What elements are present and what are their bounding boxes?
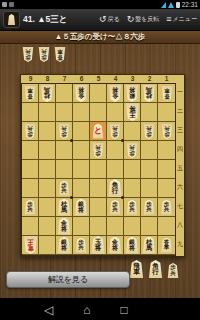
file-label-3: 3	[124, 75, 141, 83]
shogi-piece-銀将-gote[interactable]: 銀将	[125, 85, 139, 102]
board-cell-9九[interactable]: 竜王	[22, 236, 39, 255]
board-cell-2七[interactable]: 歩兵	[141, 198, 158, 217]
rank-label-三: 三	[176, 121, 184, 140]
shogi-piece-桂馬-sente[interactable]: 桂馬	[142, 237, 156, 254]
board-cell-5二[interactable]	[90, 103, 107, 122]
rank-label-一: 一	[176, 83, 184, 102]
shogi-piece-歩兵-sente[interactable]: 歩兵	[167, 263, 179, 278]
shogi-piece-歩兵-sente[interactable]: 歩兵	[58, 181, 70, 196]
shogi-piece-歩兵-gote[interactable]: 歩兵	[161, 124, 173, 139]
board-cell-7一[interactable]	[56, 84, 73, 103]
file-label-2: 2	[141, 75, 158, 83]
home-nav-icon[interactable]: ⌂	[83, 304, 90, 316]
shogi-piece-歩兵-gote[interactable]: 歩兵	[109, 124, 121, 139]
board-cell-9五[interactable]	[22, 160, 39, 179]
menu-icon: ≡	[166, 15, 171, 24]
board-cell-8九[interactable]	[39, 236, 56, 255]
board-cell-7七[interactable]: 桂馬	[56, 198, 73, 217]
board-cell-9二[interactable]	[22, 103, 39, 122]
shogi-piece-玉将-sente[interactable]: 玉将	[91, 236, 106, 254]
board-cell-3二[interactable]: 王将	[124, 103, 141, 122]
recents-nav-icon[interactable]: □	[121, 304, 128, 316]
file-label-4: 4	[107, 75, 124, 83]
undo-icon: ↺	[99, 15, 107, 24]
shogi-piece-王将-gote[interactable]: 王将	[125, 103, 140, 121]
board-cell-3八[interactable]	[124, 217, 141, 236]
shogi-piece-金将-gote[interactable]: 金将	[74, 85, 88, 102]
rotate-icon: ↻	[127, 15, 135, 24]
board-cell-3四[interactable]: 歩兵	[124, 141, 141, 160]
board-cell-5八[interactable]	[90, 217, 107, 236]
shogi-piece-歩兵-sente[interactable]: 歩兵	[126, 200, 138, 215]
board-cell-2一[interactable]: 桂馬	[141, 84, 158, 103]
board-cell-3五[interactable]	[124, 160, 141, 179]
sente-captured-pieces-tray: 飛車角行歩兵	[129, 260, 179, 278]
file-label-9: 9	[22, 75, 39, 83]
shogi-piece-桂馬-gote[interactable]: 桂馬	[142, 85, 156, 102]
menu-button-label: メニュー	[173, 15, 197, 24]
shogi-piece-桂馬-gote[interactable]: 桂馬	[40, 85, 54, 102]
board-cell-6二[interactable]	[73, 103, 90, 122]
board-cell-4一[interactable]: 金将	[107, 84, 124, 103]
board-cell-6七[interactable]: 銀将	[73, 198, 90, 217]
shogi-piece-飛車-sente[interactable]: 飛車	[129, 260, 144, 278]
board-cell-6八[interactable]	[73, 217, 90, 236]
back-button-label: 戻る	[107, 15, 119, 24]
rank-label-四: 四	[176, 140, 184, 159]
board-cell-8六[interactable]	[39, 179, 56, 198]
shogi-piece-歩兵-sente[interactable]: 歩兵	[75, 238, 87, 253]
shogi-piece-角行-sente[interactable]: 角行	[108, 179, 123, 197]
rank-label-九: 九	[176, 235, 184, 254]
board-cell-2九[interactable]: 桂馬	[141, 236, 158, 255]
file-label-6: 6	[73, 75, 90, 83]
shogi-piece-金将-sente[interactable]: 金将	[57, 218, 71, 235]
board-cell-3三[interactable]	[124, 122, 141, 141]
shogi-piece-銀将-sente[interactable]: 銀将	[125, 237, 139, 254]
board-cell-5九[interactable]: 玉将	[90, 236, 107, 255]
shogi-piece-香車-gote[interactable]: 香車	[54, 47, 66, 62]
lesson-title: ▲５五歩の受け〜△８六歩	[55, 32, 145, 42]
shogi-piece-歩兵-gote[interactable]: 歩兵	[22, 47, 34, 62]
board-cell-2二[interactable]	[141, 103, 158, 122]
board-cell-6一[interactable]: 金将	[73, 84, 90, 103]
menu-button[interactable]: ≡メニュー	[166, 15, 197, 24]
shogi-piece-金将-sente[interactable]: 金将	[108, 237, 122, 254]
board-cell-1三[interactable]: 歩兵	[158, 122, 175, 141]
shogi-piece-歩兵-gote[interactable]: 歩兵	[126, 143, 138, 158]
board-cell-1六[interactable]	[158, 179, 175, 198]
clock: 22:31	[182, 0, 198, 9]
board-cell-1九[interactable]: 香車	[158, 236, 175, 255]
shogi-piece-銀将-sente[interactable]: 銀将	[74, 199, 88, 216]
board-cell-8一[interactable]: 桂馬	[39, 84, 56, 103]
shogi-piece-金将-gote[interactable]: 金将	[108, 85, 122, 102]
board-cell-2八[interactable]	[141, 217, 158, 236]
board-cell-3一[interactable]: 銀将	[124, 84, 141, 103]
flip-board-button-label: 盤を反転	[135, 15, 159, 24]
board-cell-2四[interactable]	[141, 141, 158, 160]
rank-label-八: 八	[176, 216, 184, 235]
board-cell-9六[interactable]	[22, 179, 39, 198]
star-point	[121, 139, 124, 142]
shogi-piece-銀将-sente[interactable]: 銀将	[57, 237, 71, 254]
board-cell-7二[interactable]	[56, 103, 73, 122]
shogi-piece-歩兵-sente[interactable]: 歩兵	[24, 200, 36, 215]
board-cell-1一[interactable]: 香車	[158, 84, 175, 103]
rank-label-七: 七	[176, 197, 184, 216]
board-cell-7五[interactable]	[56, 160, 73, 179]
shogi-piece-icon	[8, 14, 16, 25]
shogi-piece-竜王-gote[interactable]: 竜王	[23, 236, 38, 254]
board-cell-7九[interactable]: 銀将	[56, 236, 73, 255]
board-cell-8三[interactable]	[39, 122, 56, 141]
board-cell-6五[interactable]	[73, 160, 90, 179]
shogi-piece-歩兵-sente[interactable]: 歩兵	[109, 200, 121, 215]
gote-captured-pieces-tray: 歩兵歩兵香車	[22, 47, 66, 62]
file-label-8: 8	[39, 75, 56, 83]
board-cell-1五[interactable]	[158, 160, 175, 179]
shogi-piece-香車-gote[interactable]: 香車	[161, 86, 173, 101]
board-cell-1八[interactable]	[158, 217, 175, 236]
shogi-board: 987654321 香車桂馬金将金将銀将桂馬香車王将歩兵歩兵と歩兵歩兵歩兵歩兵歩…	[20, 74, 185, 257]
flip-board-button[interactable]: ↻盤を反転	[127, 15, 160, 24]
file-label-1: 1	[158, 75, 175, 83]
board-cell-4九[interactable]: 金将	[107, 236, 124, 255]
view-commentary-button[interactable]: 解説を見る	[6, 271, 130, 288]
shogi-piece-と-sente[interactable]: と	[92, 124, 104, 139]
app-bar: 41. ▲5三と ↺戻る↻盤を反転≡メニュー	[0, 9, 200, 31]
board-cell-6六[interactable]	[73, 179, 90, 198]
board-cell-2五[interactable]	[141, 160, 158, 179]
file-label-7: 7	[56, 75, 73, 83]
shogi-piece-角行-sente[interactable]: 角行	[148, 260, 163, 278]
shogi-piece-歩兵-gote[interactable]: 歩兵	[38, 47, 50, 62]
board-cell-5五[interactable]	[90, 160, 107, 179]
main-area: 歩兵歩兵香車 987654321 香車桂馬金将金将銀将桂馬香車王将歩兵歩兵と歩兵…	[0, 44, 200, 298]
board-cell-6三[interactable]	[73, 122, 90, 141]
board-cell-7八[interactable]: 金将	[56, 217, 73, 236]
board-cell-4四[interactable]	[107, 141, 124, 160]
board-cell-9八[interactable]	[22, 217, 39, 236]
board-cell-5一[interactable]	[90, 84, 107, 103]
board-cell-9七[interactable]: 歩兵	[22, 198, 39, 217]
rank-label-二: 二	[176, 102, 184, 121]
board-cell-3七[interactable]: 歩兵	[124, 198, 141, 217]
board-cell-7四[interactable]	[56, 141, 73, 160]
board-cell-9一[interactable]: 香車	[22, 84, 39, 103]
board-cell-5三[interactable]: と	[90, 122, 107, 141]
status-bar: 22:31	[0, 0, 200, 9]
file-label-5: 5	[90, 75, 107, 83]
shogi-piece-歩兵-gote[interactable]: 歩兵	[143, 124, 155, 139]
app-icon	[3, 11, 20, 28]
shogi-piece-歩兵-gote[interactable]: 歩兵	[92, 143, 104, 158]
board-cell-1四[interactable]	[158, 141, 175, 160]
board-cell-4二[interactable]	[107, 103, 124, 122]
board-cell-6四[interactable]	[73, 141, 90, 160]
board-cell-8七[interactable]	[39, 198, 56, 217]
shogi-piece-歩兵-gote[interactable]: 歩兵	[24, 124, 36, 139]
shogi-piece-歩兵-gote[interactable]: 歩兵	[58, 124, 70, 139]
rank-label-六: 六	[176, 178, 184, 197]
back-button[interactable]: ↺戻る	[99, 15, 120, 24]
board-cell-5四[interactable]: 歩兵	[90, 141, 107, 160]
board-cell-8五[interactable]	[39, 160, 56, 179]
rank-label-五: 五	[176, 159, 184, 178]
board-cell-2三[interactable]: 歩兵	[141, 122, 158, 141]
board-grid: 香車桂馬金将金将銀将桂馬香車王将歩兵歩兵と歩兵歩兵歩兵歩兵歩兵歩兵角行歩兵桂馬銀…	[21, 83, 176, 256]
current-move-label: 41. ▲5三と	[23, 14, 68, 26]
notification-icon	[2, 2, 7, 7]
board-cell-8四[interactable]	[39, 141, 56, 160]
signal-icon	[161, 2, 166, 8]
notification-icon	[9, 2, 14, 7]
rank-coordinates: 一二三四五六七八九	[176, 83, 184, 256]
board-cell-4五[interactable]	[107, 160, 124, 179]
board-cell-1七[interactable]: 歩兵	[158, 198, 175, 217]
star-point	[70, 139, 73, 142]
file-coordinates: 987654321	[22, 75, 184, 83]
board-cell-8二[interactable]	[39, 103, 56, 122]
shogi-piece-香車-gote[interactable]: 香車	[24, 86, 36, 101]
board-cell-8八[interactable]	[39, 217, 56, 236]
board-cell-4八[interactable]	[107, 217, 124, 236]
battery-icon	[176, 2, 180, 8]
board-cell-6九[interactable]: 歩兵	[73, 236, 90, 255]
board-cell-1二[interactable]	[158, 103, 175, 122]
lesson-title-bar: ▲５五歩の受け〜△８六歩	[0, 31, 200, 44]
shogi-piece-歩兵-sente[interactable]: 歩兵	[143, 200, 155, 215]
shogi-piece-香車-sente[interactable]: 香車	[161, 238, 173, 253]
star-point	[121, 196, 124, 199]
star-point	[70, 196, 73, 199]
board-cell-3九[interactable]: 銀将	[124, 236, 141, 255]
board-cell-4七[interactable]: 歩兵	[107, 198, 124, 217]
board-cell-3六[interactable]	[124, 179, 141, 198]
board-cell-5六[interactable]	[90, 179, 107, 198]
board-cell-2六[interactable]	[141, 179, 158, 198]
board-cell-5七[interactable]	[90, 198, 107, 217]
wifi-icon	[168, 2, 174, 8]
back-nav-icon[interactable]: ◁	[44, 304, 53, 316]
android-nav-bar: ◁ ⌂ □	[0, 298, 200, 320]
board-cell-9三[interactable]: 歩兵	[22, 122, 39, 141]
shogi-piece-桂馬-sente[interactable]: 桂馬	[57, 199, 71, 216]
app-bar-buttons: ↺戻る↻盤を反転≡メニュー	[99, 15, 197, 24]
shogi-piece-歩兵-sente[interactable]: 歩兵	[161, 200, 173, 215]
board-cell-9四[interactable]	[22, 141, 39, 160]
